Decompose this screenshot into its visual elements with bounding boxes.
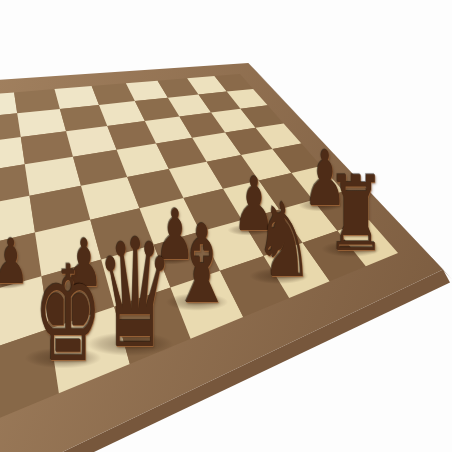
piece-king-b1[interactable]: ♚ xyxy=(30,248,107,380)
piece-rook-h1[interactable]: ♜ xyxy=(323,162,390,266)
piece-pawn-a3[interactable]: ♟ xyxy=(0,231,31,293)
chess-photo-scene: ♟♟♜♟♞♟♟♝♛♚ xyxy=(0,0,452,452)
piece-knight-f1[interactable]: ♞ xyxy=(251,190,316,292)
square-c8[interactable] xyxy=(55,86,100,109)
